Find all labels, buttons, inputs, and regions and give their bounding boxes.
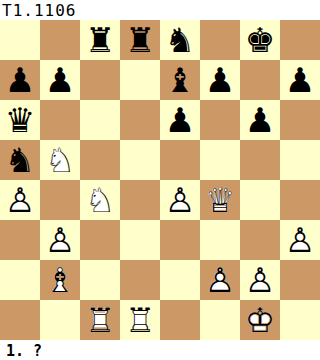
square-b6[interactable] — [40, 100, 80, 140]
square-a7[interactable]: ♟ — [0, 60, 40, 100]
square-f3[interactable] — [200, 220, 240, 260]
piece-white-bishop-icon: ♝♗ — [40, 260, 80, 300]
square-f6[interactable] — [200, 100, 240, 140]
piece-white-queen-icon: ♛♕ — [200, 180, 240, 220]
square-e8[interactable]: ♞ — [160, 20, 200, 60]
square-c2[interactable] — [80, 260, 120, 300]
piece-black-knight-icon: ♞ — [160, 20, 200, 60]
puzzle-title: T1.1106 — [0, 0, 320, 20]
piece-outline-layer: ♙ — [240, 260, 280, 300]
square-a6[interactable]: ♛ — [0, 100, 40, 140]
square-g7[interactable] — [240, 60, 280, 100]
square-f8[interactable] — [200, 20, 240, 60]
piece-white-pawn-icon: ♟♙ — [280, 220, 320, 260]
piece-black-pawn-icon: ♟ — [0, 60, 40, 100]
square-g8[interactable]: ♚ — [240, 20, 280, 60]
square-c5[interactable] — [80, 140, 120, 180]
square-d3[interactable] — [120, 220, 160, 260]
move-prompt: 1. ? — [0, 340, 320, 360]
square-h6[interactable] — [280, 100, 320, 140]
square-g2[interactable]: ♟♙ — [240, 260, 280, 300]
square-b2[interactable]: ♝♗ — [40, 260, 80, 300]
piece-white-pawn-icon: ♟♙ — [240, 260, 280, 300]
square-f1[interactable] — [200, 300, 240, 340]
square-g6[interactable]: ♟ — [240, 100, 280, 140]
square-h8[interactable] — [280, 20, 320, 60]
piece-outline-layer: ♘ — [80, 180, 120, 220]
piece-black-pawn-icon: ♟ — [160, 100, 200, 140]
piece-black-pawn-icon: ♟ — [200, 60, 240, 100]
piece-black-bishop-icon: ♝ — [160, 60, 200, 100]
piece-outline-layer: ♙ — [40, 220, 80, 260]
square-f4[interactable]: ♛♕ — [200, 180, 240, 220]
square-h2[interactable] — [280, 260, 320, 300]
square-d4[interactable] — [120, 180, 160, 220]
square-b7[interactable]: ♟ — [40, 60, 80, 100]
square-a5[interactable]: ♞ — [0, 140, 40, 180]
square-f7[interactable]: ♟ — [200, 60, 240, 100]
square-g1[interactable]: ♚♔ — [240, 300, 280, 340]
square-h4[interactable] — [280, 180, 320, 220]
square-e6[interactable]: ♟ — [160, 100, 200, 140]
square-b4[interactable] — [40, 180, 80, 220]
square-e5[interactable] — [160, 140, 200, 180]
square-c1[interactable]: ♜♖ — [80, 300, 120, 340]
piece-white-knight-icon: ♞♘ — [40, 140, 80, 180]
square-h7[interactable]: ♟ — [280, 60, 320, 100]
piece-white-pawn-icon: ♟♙ — [200, 260, 240, 300]
piece-black-pawn-icon: ♟ — [240, 100, 280, 140]
square-a3[interactable] — [0, 220, 40, 260]
square-c4[interactable]: ♞♘ — [80, 180, 120, 220]
square-h5[interactable] — [280, 140, 320, 180]
square-g5[interactable] — [240, 140, 280, 180]
piece-outline-layer: ♖ — [120, 300, 160, 340]
piece-black-knight-icon: ♞ — [0, 140, 40, 180]
piece-white-rook-icon: ♜♖ — [80, 300, 120, 340]
square-g4[interactable] — [240, 180, 280, 220]
square-d6[interactable] — [120, 100, 160, 140]
piece-black-rook-icon: ♜ — [80, 20, 120, 60]
square-a1[interactable] — [0, 300, 40, 340]
square-e4[interactable]: ♟♙ — [160, 180, 200, 220]
square-c8[interactable]: ♜ — [80, 20, 120, 60]
square-e1[interactable] — [160, 300, 200, 340]
piece-outline-layer: ♔ — [240, 300, 280, 340]
piece-outline-layer: ♕ — [200, 180, 240, 220]
piece-white-pawn-icon: ♟♙ — [40, 220, 80, 260]
square-f2[interactable]: ♟♙ — [200, 260, 240, 300]
piece-black-pawn-icon: ♟ — [40, 60, 80, 100]
piece-outline-layer: ♙ — [160, 180, 200, 220]
piece-outline-layer: ♗ — [40, 260, 80, 300]
piece-black-king-icon: ♚ — [240, 20, 280, 60]
piece-black-queen-icon: ♛ — [0, 100, 40, 140]
piece-white-king-icon: ♚♔ — [240, 300, 280, 340]
piece-outline-layer: ♙ — [200, 260, 240, 300]
piece-outline-layer: ♖ — [80, 300, 120, 340]
square-b1[interactable] — [40, 300, 80, 340]
square-e3[interactable] — [160, 220, 200, 260]
square-a2[interactable] — [0, 260, 40, 300]
piece-black-rook-icon: ♜ — [120, 20, 160, 60]
square-d2[interactable] — [120, 260, 160, 300]
piece-white-pawn-icon: ♟♙ — [160, 180, 200, 220]
square-g3[interactable] — [240, 220, 280, 260]
piece-outline-layer: ♘ — [40, 140, 80, 180]
square-b8[interactable] — [40, 20, 80, 60]
square-c6[interactable] — [80, 100, 120, 140]
square-f5[interactable] — [200, 140, 240, 180]
square-a8[interactable] — [0, 20, 40, 60]
piece-white-pawn-icon: ♟♙ — [0, 180, 40, 220]
square-c3[interactable] — [80, 220, 120, 260]
piece-black-pawn-icon: ♟ — [280, 60, 320, 100]
piece-outline-layer: ♙ — [280, 220, 320, 260]
square-b5[interactable]: ♞♘ — [40, 140, 80, 180]
square-b3[interactable]: ♟♙ — [40, 220, 80, 260]
chess-board: ♜♜♞♚♟♟♝♟♟♛♟♟♞♞♘♟♙♞♘♟♙♛♕♟♙♟♙♝♗♟♙♟♙♜♖♜♖♚♔ — [0, 20, 320, 340]
square-d1[interactable]: ♜♖ — [120, 300, 160, 340]
square-a4[interactable]: ♟♙ — [0, 180, 40, 220]
piece-outline-layer: ♙ — [0, 180, 40, 220]
piece-white-rook-icon: ♜♖ — [120, 300, 160, 340]
square-c7[interactable] — [80, 60, 120, 100]
square-e2[interactable] — [160, 260, 200, 300]
square-h3[interactable]: ♟♙ — [280, 220, 320, 260]
square-d7[interactable] — [120, 60, 160, 100]
square-h1[interactable] — [280, 300, 320, 340]
square-d8[interactable]: ♜ — [120, 20, 160, 60]
square-d5[interactable] — [120, 140, 160, 180]
piece-white-knight-icon: ♞♘ — [80, 180, 120, 220]
square-e7[interactable]: ♝ — [160, 60, 200, 100]
